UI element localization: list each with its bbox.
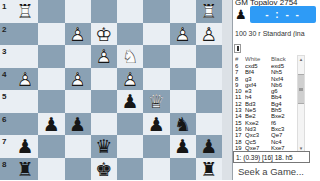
square-c8[interactable] (143, 158, 169, 181)
rank-label-5: 5 (0, 90, 12, 113)
rank-label-6: 6 (0, 113, 12, 136)
rank-label-3: 3 (0, 45, 12, 68)
move-list-scrollbar[interactable]: ▴ ▾ (297, 55, 305, 152)
rank-label-2: 2 (0, 23, 12, 46)
square-h2[interactable] (12, 23, 38, 46)
square-e7[interactable]: ♛ (91, 135, 117, 158)
seek-a-game-button[interactable]: Seek a Game... (238, 166, 304, 177)
square-a6[interactable] (196, 113, 222, 136)
square-h3[interactable] (12, 45, 38, 68)
white-king-e2: ♚♔ (91, 23, 117, 46)
white-pawn-f2: ♟♙ (65, 23, 91, 46)
black-knight-b6: ♞ (170, 113, 196, 136)
square-a1[interactable]: ♜♖ (196, 0, 222, 23)
square-e4[interactable] (91, 68, 117, 91)
black-rook-a8: ♜ (196, 158, 222, 181)
black-rook-h8: ♜ (12, 158, 38, 181)
square-h5[interactable] (12, 90, 38, 113)
square-f2[interactable]: ♟♙ (65, 23, 91, 46)
square-d3[interactable]: ♞♘ (117, 45, 143, 68)
white-pawn-d4: ♟♙ (117, 68, 143, 91)
rank-label-7: 7 (0, 135, 12, 158)
square-b3[interactable] (170, 45, 196, 68)
black-pawn-h7: ♟ (12, 135, 38, 158)
square-b8[interactable] (170, 158, 196, 181)
square-d5[interactable]: ♟ (117, 90, 143, 113)
square-f5[interactable] (65, 90, 91, 113)
time-control-label: 100 30 r Standard (ina (235, 30, 320, 37)
white-rook-h1: ♜♖ (12, 0, 38, 23)
rank-label-1: 1 (0, 0, 12, 23)
square-c7[interactable] (143, 135, 169, 158)
square-d4[interactable]: ♟♙ (117, 68, 143, 91)
square-b1[interactable] (170, 0, 196, 23)
square-g2[interactable] (38, 23, 64, 46)
handle-icon (237, 46, 239, 51)
square-g8[interactable] (38, 158, 64, 181)
square-a7[interactable]: ♟ (196, 135, 222, 158)
move-table-header: # White Black (235, 55, 297, 63)
move-col-number: # (235, 55, 245, 63)
engine-eval-line: 1: (0.39) [16] 18. h5 (233, 151, 310, 163)
square-g4[interactable] (38, 68, 64, 91)
black-pawn-a7: ♟ (196, 135, 222, 158)
square-f3[interactable] (65, 45, 91, 68)
game-clock: - : - - (250, 6, 316, 23)
square-e5[interactable] (91, 90, 117, 113)
square-g7[interactable] (38, 135, 64, 158)
square-c4[interactable] (143, 68, 169, 91)
square-f6[interactable]: ♟ (65, 113, 91, 136)
scrollbar-thumb[interactable] (298, 74, 304, 104)
square-a4[interactable] (196, 68, 222, 91)
move-table: # White Black 6cxd5exd57Bf4Nh58g3Nxf49gx… (235, 55, 297, 151)
square-d6[interactable] (117, 113, 143, 136)
square-c5[interactable]: ♛♕ (143, 90, 169, 113)
rank-label-8: 8 (0, 158, 12, 181)
square-e1[interactable] (91, 0, 117, 23)
chess-app-window: 1♜♖♜♖2♟♙♚♔♟♙♟♙3♟♙♞♘4♟♙♟♙♟♙5♟♛♕6♟♟♟♞7♟♛♟♟… (0, 0, 320, 180)
move-col-white: White (245, 55, 271, 63)
square-e3[interactable]: ♟♙ (91, 45, 117, 68)
white-pawn-f4: ♟♙ (65, 68, 91, 91)
black-pawn-f6: ♟ (65, 113, 91, 136)
square-g6[interactable]: ♟ (38, 113, 64, 136)
square-e2[interactable]: ♚♔ (91, 23, 117, 46)
black-pawn-c6: ♟ (143, 113, 169, 136)
square-f7[interactable] (65, 135, 91, 158)
square-a8[interactable]: ♜ (196, 158, 222, 181)
square-a2[interactable]: ♟♙ (196, 23, 222, 46)
scroll-up-icon[interactable]: ▴ (298, 56, 304, 62)
square-c3[interactable] (143, 45, 169, 68)
black-pawn-g6: ♟ (38, 113, 64, 136)
square-f8[interactable] (65, 158, 91, 181)
white-pawn-e3: ♟♙ (91, 45, 117, 68)
square-b7[interactable]: ♟ (170, 135, 196, 158)
move-list: 6cxd5exd57Bf4Nh58g3Nxf49gxf4Nb610e3g611h… (235, 63, 297, 151)
black-queen-e7: ♛ (91, 135, 117, 158)
square-g3[interactable] (38, 45, 64, 68)
black-pawn-d5: ♟ (117, 90, 143, 113)
square-e6[interactable] (91, 113, 117, 136)
square-b6[interactable]: ♞ (170, 113, 196, 136)
square-g1[interactable] (38, 0, 64, 23)
white-knight-d3: ♞♘ (117, 45, 143, 68)
square-h4[interactable]: ♟♙ (12, 68, 38, 91)
square-b5[interactable] (170, 90, 196, 113)
square-d8[interactable] (117, 158, 143, 181)
square-f4[interactable]: ♟♙ (65, 68, 91, 91)
square-e8[interactable]: ♚ (91, 158, 117, 181)
white-pawn-h4: ♟♙ (12, 68, 38, 91)
square-d1[interactable] (117, 0, 143, 23)
square-c1[interactable] (143, 0, 169, 23)
square-a5[interactable] (196, 90, 222, 113)
black-king-e8: ♚ (91, 158, 117, 181)
square-c2[interactable] (143, 23, 169, 46)
square-f1[interactable] (65, 0, 91, 23)
square-h8[interactable]: ♜ (12, 158, 38, 181)
square-b4[interactable] (170, 68, 196, 91)
square-h6[interactable] (12, 113, 38, 136)
panel-handle-button[interactable] (234, 44, 241, 53)
square-c6[interactable]: ♟ (143, 113, 169, 136)
square-d7[interactable] (117, 135, 143, 158)
square-h1[interactable]: ♜♖ (12, 0, 38, 23)
white-queen-c5: ♛♕ (143, 90, 169, 113)
square-d2[interactable] (117, 23, 143, 46)
chess-board: 1♜♖♜♖2♟♙♚♔♟♙♟♙3♟♙♞♘4♟♙♟♙♟♙5♟♛♕6♟♟♟♞7♟♛♟♟… (0, 0, 222, 180)
player-pawn-icon: ♟ (235, 6, 247, 23)
white-rook-a1: ♜♖ (196, 0, 222, 23)
board-panel-splitter[interactable] (222, 0, 233, 180)
rank-label-4: 4 (0, 68, 12, 91)
black-pawn-b7: ♟ (170, 135, 196, 158)
square-g5[interactable] (38, 90, 64, 113)
square-b2[interactable]: ♟♙ (170, 23, 196, 46)
move-col-black: Black (271, 55, 297, 63)
white-pawn-a2: ♟♙ (196, 23, 222, 46)
square-h7[interactable]: ♟ (12, 135, 38, 158)
white-pawn-b2: ♟♙ (170, 23, 196, 46)
right-panel: GM Topalov 2754 ♟ - : - - 100 30 r Stand… (233, 0, 320, 180)
square-a3[interactable] (196, 45, 222, 68)
